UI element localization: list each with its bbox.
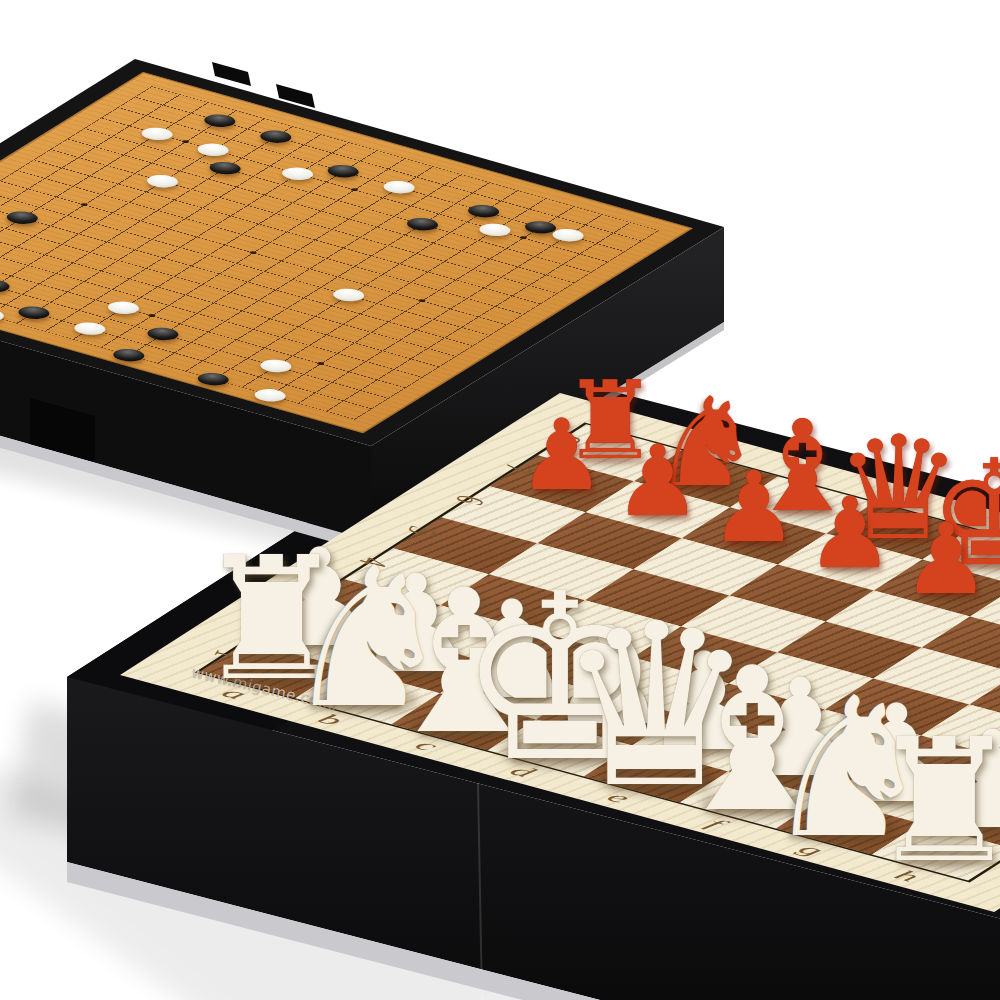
go-stone-black-10-16 — [142, 325, 184, 342]
chess-piece-red-pawn-d7: ♟ — [806, 484, 894, 582]
go-stone-white-4-3 — [192, 141, 234, 158]
chess-piece-red-pawn-e7: ♟ — [902, 510, 990, 608]
go-stone-black-5-4 — [204, 159, 246, 176]
chess-piece-red-pawn-a7: ♟ — [518, 405, 606, 503]
go-stone-black-8-2 — [322, 162, 364, 179]
go-stone-black-3-1 — [198, 112, 240, 129]
go-star-point — [417, 299, 426, 303]
chess-piece-red-pawn-b7: ♟ — [614, 431, 702, 529]
go-frame-hinge-tab-1 — [212, 62, 251, 86]
go-stone-white-2-3 — [136, 125, 178, 142]
go-star-point — [181, 140, 190, 144]
go-stone-black-10-18 — [108, 346, 150, 363]
go-star-point — [519, 236, 528, 240]
go-star-point — [147, 314, 156, 318]
go-stone-white-7-3 — [277, 165, 319, 182]
go-star-point — [350, 188, 359, 192]
go-stone-white-14-16 — [254, 357, 296, 374]
chess-piece-red-pawn-c7: ♟ — [710, 457, 798, 555]
go-stone-white-13-10 — [328, 286, 370, 303]
product-photo-stage: abcdefgh12345678 www.migame.co.kr www.mi… — [0, 0, 1000, 1000]
go-stone-black-5-1 — [254, 128, 296, 145]
go-stone-white-8-15 — [102, 299, 144, 316]
go-stone-black-13-2 — [463, 202, 505, 219]
chess-piece-ivory-rook-h1: ♜ — [868, 716, 1000, 886]
go-stone-white-5-18 — [0, 306, 10, 323]
go-stone-black-4-16 — [0, 277, 15, 294]
go-stone-black-12-4 — [401, 215, 443, 232]
go-star-point — [79, 203, 88, 207]
go-stone-black-6-17 — [12, 304, 54, 321]
go-stone-white-8-17 — [69, 320, 111, 337]
go-stone-white-14-3 — [474, 221, 516, 238]
go-stone-black-2-11 — [1, 209, 43, 226]
go-stone-white-15-18 — [249, 386, 291, 403]
rank-label-6: 6 — [381, 477, 497, 512]
go-stone-black-13-18 — [192, 370, 234, 387]
go-star-point — [248, 251, 257, 255]
go-stone-white-4-6 — [142, 172, 184, 189]
go-star-point — [316, 362, 325, 366]
go-stone-white-10-2 — [378, 178, 420, 195]
